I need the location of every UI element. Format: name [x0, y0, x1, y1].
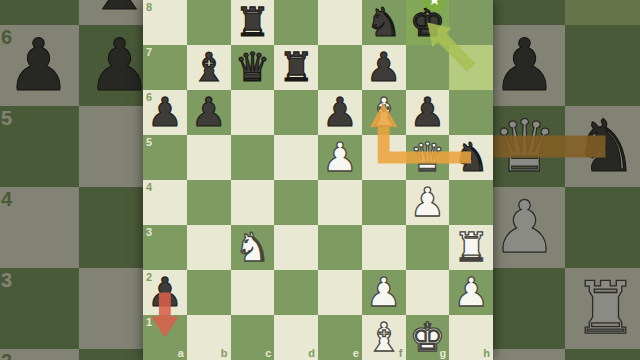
black-pawn-e6[interactable]: ♟: [318, 90, 362, 135]
white-bishop-f6[interactable]: ♝: [362, 90, 406, 135]
white-bishop-f1[interactable]: ♝: [362, 315, 406, 360]
square-d1[interactable]: d: [274, 315, 318, 360]
square-a7[interactable]: 7: [143, 45, 187, 90]
square-g2[interactable]: [406, 270, 450, 315]
square-d2[interactable]: [274, 270, 318, 315]
square-d4[interactable]: [274, 180, 318, 225]
square-g3[interactable]: [406, 225, 450, 270]
black-pawn-b6[interactable]: ♟: [187, 90, 231, 135]
square-c2[interactable]: [231, 270, 275, 315]
black-pawn-f7[interactable]: ♟: [362, 45, 406, 90]
file-label-e: e: [353, 347, 359, 359]
square-h4[interactable]: [449, 180, 493, 225]
video-frame: 87654321abcdefgh♜♞♚♝♛♜♟♟♟♟♝♟♟♛♞♟♞♜♟♟♟♝♚ …: [0, 0, 640, 360]
square-h1[interactable]: h: [449, 315, 493, 360]
square-b8[interactable]: [187, 0, 231, 45]
file-label-b: b: [221, 347, 228, 359]
rank-label-7: 7: [146, 46, 152, 58]
square-f5[interactable]: [362, 135, 406, 180]
square-d8[interactable]: [274, 0, 318, 45]
file-label-h: h: [483, 347, 490, 359]
square-c5[interactable]: [231, 135, 275, 180]
black-pawn-a6[interactable]: ♟: [143, 90, 187, 135]
square-e2[interactable]: [318, 270, 362, 315]
white-pawn-h2[interactable]: ♟: [449, 270, 493, 315]
square-b2[interactable]: [187, 270, 231, 315]
rank-label-1: 1: [146, 316, 152, 328]
square-d5[interactable]: [274, 135, 318, 180]
black-rook-d7[interactable]: ♜: [274, 45, 318, 90]
black-pawn-a2[interactable]: ♟: [143, 270, 187, 315]
white-pawn-e5[interactable]: ♟: [318, 135, 362, 180]
file-label-a: a: [178, 347, 184, 359]
file-label-c: c: [265, 347, 271, 359]
white-rook-h3[interactable]: ♜: [449, 225, 493, 270]
black-queen-c7[interactable]: ♛: [231, 45, 275, 90]
black-rook-c8[interactable]: ♜: [231, 0, 275, 45]
square-e1[interactable]: e: [318, 315, 362, 360]
white-king-g1[interactable]: ♚: [406, 315, 450, 360]
square-e4[interactable]: [318, 180, 362, 225]
square-c6[interactable]: [231, 90, 275, 135]
square-a4[interactable]: 4: [143, 180, 187, 225]
white-pawn-g4[interactable]: ♟: [406, 180, 450, 225]
square-b4[interactable]: [187, 180, 231, 225]
square-b3[interactable]: [187, 225, 231, 270]
file-label-d: d: [308, 347, 315, 359]
square-d6[interactable]: [274, 90, 318, 135]
black-king-g8[interactable]: ♚: [406, 0, 450, 45]
square-f3[interactable]: [362, 225, 406, 270]
square-c4[interactable]: [231, 180, 275, 225]
square-a8[interactable]: 8: [143, 0, 187, 45]
square-b1[interactable]: b: [187, 315, 231, 360]
white-pawn-f2[interactable]: ♟: [362, 270, 406, 315]
square-b5[interactable]: [187, 135, 231, 180]
square-e3[interactable]: [318, 225, 362, 270]
square-h8[interactable]: [449, 0, 493, 45]
square-a5[interactable]: 5: [143, 135, 187, 180]
square-e7[interactable]: [318, 45, 362, 90]
black-pawn-g6[interactable]: ♟: [406, 90, 450, 135]
square-e8[interactable]: [318, 0, 362, 45]
rank-label-4: 4: [146, 181, 152, 193]
square-h6[interactable]: [449, 90, 493, 135]
square-g7[interactable]: [406, 45, 450, 90]
square-c1[interactable]: c: [231, 315, 275, 360]
square-h7[interactable]: [449, 45, 493, 90]
rank-label-5: 5: [146, 136, 152, 148]
square-a3[interactable]: 3: [143, 225, 187, 270]
rank-label-8: 8: [146, 1, 152, 13]
black-bishop-b7[interactable]: ♝: [187, 45, 231, 90]
square-f4[interactable]: [362, 180, 406, 225]
chess-board: 87654321abcdefgh♜♞♚♝♛♜♟♟♟♟♝♟♟♛♞♟♞♜♟♟♟♝♚★: [143, 0, 493, 360]
black-knight-f8[interactable]: ♞: [362, 0, 406, 45]
white-knight-c3[interactable]: ♞: [231, 225, 275, 270]
white-queen-g5[interactable]: ♛: [406, 135, 450, 180]
black-knight-h5[interactable]: ♞: [449, 135, 493, 180]
square-a1[interactable]: 1a: [143, 315, 187, 360]
square-d3[interactable]: [274, 225, 318, 270]
rank-label-3: 3: [146, 226, 152, 238]
